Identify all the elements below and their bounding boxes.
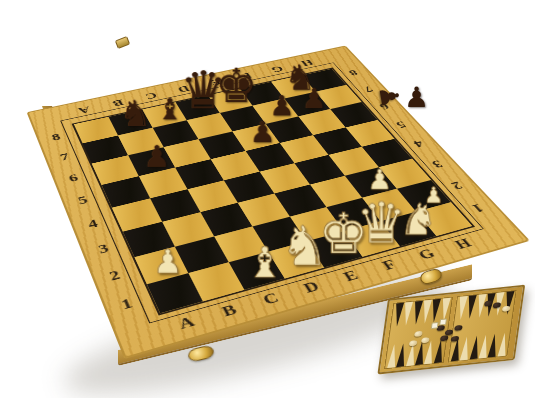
coordinate-label-F: F: [379, 257, 400, 274]
coordinate-label-7: 7: [58, 151, 71, 164]
black-knight-b8[interactable]: ♞: [119, 96, 151, 132]
hinge-pin: [115, 36, 130, 49]
black-pawn-g7[interactable]: ♟: [302, 85, 327, 113]
coordinate-label-G: G: [269, 64, 286, 75]
coordinate-label-5: 5: [393, 119, 409, 131]
white-pawn-a2[interactable]: ♟: [153, 246, 183, 279]
coordinate-label-G: G: [415, 246, 439, 263]
coordinate-label-1: 1: [119, 295, 135, 313]
backgammon-point-top: [503, 291, 514, 315]
black-pawn-b6[interactable]: ♟: [144, 142, 171, 172]
white-pawn-g3[interactable]: ♟: [367, 165, 392, 193]
coordinate-label-3: 3: [96, 241, 111, 257]
coordinate-label-8: 8: [346, 68, 360, 78]
coordinate-label-A: A: [76, 104, 92, 116]
square-b8[interactable]: ♞: [108, 109, 152, 135]
coordinate-label-4: 4: [410, 138, 427, 150]
coordinate-label-B: B: [219, 301, 240, 320]
product-photo-stage: ♞♝♛♚♞♟♟♟♟♟♟♟♝♞♚♛♞ AABBCCDDEEFFGGHH887766…: [0, 0, 535, 398]
backgammon-checker-dark[interactable]: [440, 335, 449, 341]
coordinate-label-A: A: [176, 313, 198, 333]
coordinate-label-8: 8: [50, 131, 62, 143]
coordinate-label-2: 2: [448, 179, 466, 193]
backgammon-board: [377, 285, 525, 375]
coordinate-label-5: 5: [76, 194, 90, 208]
backgammon-point-bottom: [497, 332, 508, 356]
black-bishop-c8[interactable]: ♝: [157, 95, 183, 124]
coordinate-label-3: 3: [428, 158, 445, 171]
coordinate-label-E: E: [340, 267, 362, 285]
white-bishop-c1[interactable]: ♝: [246, 242, 284, 285]
square-a4[interactable]: [112, 198, 162, 231]
black-queen-d8[interactable]: ♛: [180, 65, 227, 117]
captured-black-pawn-2[interactable]: ♟: [375, 83, 404, 109]
white-knight-d1[interactable]: ♞: [280, 218, 329, 272]
coordinate-label-4: 4: [86, 217, 100, 232]
coordinate-label-D: D: [300, 278, 322, 297]
captured-black-pawn-1[interactable]: ♟: [404, 84, 429, 112]
black-pawn-e6[interactable]: ♟: [250, 118, 276, 147]
backgammon-point-bottom: [433, 339, 444, 363]
coordinate-label-6: 6: [67, 172, 80, 185]
coordinate-label-1: 1: [468, 201, 487, 215]
coordinate-label-2: 2: [107, 267, 123, 284]
backgammon-die[interactable]: [439, 318, 447, 325]
coordinate-label-H: H: [451, 236, 475, 253]
coordinate-label-C: C: [260, 290, 282, 309]
backgammon-die[interactable]: [431, 322, 439, 329]
